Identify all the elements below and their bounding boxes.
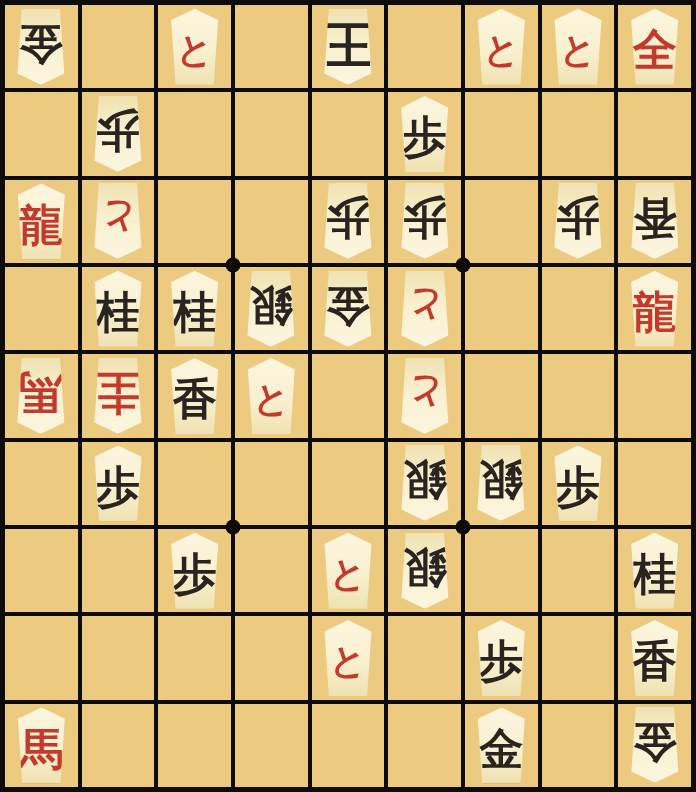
shogi-piece-sente-pawn[interactable]: 歩 bbox=[394, 96, 456, 172]
board-square-r7c7[interactable] bbox=[465, 529, 538, 612]
board-square-r1c8[interactable]: と bbox=[542, 5, 615, 88]
board-square-r6c6[interactable]: 銀 bbox=[388, 442, 461, 525]
board-square-r3c4[interactable] bbox=[235, 180, 308, 263]
shogi-piece-sente-pawn[interactable]: 歩 bbox=[547, 445, 609, 521]
shogi-piece-sente-lance[interactable]: 香 bbox=[624, 620, 686, 696]
piece-kanji: 歩 bbox=[403, 115, 447, 159]
piece-kanji: 銀 bbox=[403, 545, 447, 589]
piece-kanji: と bbox=[176, 32, 213, 68]
board-square-r5c2[interactable]: 圭 bbox=[82, 354, 155, 437]
piece-kanji: 桂 bbox=[633, 552, 677, 596]
board-square-r8c5[interactable]: と bbox=[312, 616, 385, 699]
shogi-piece-sente-lance[interactable]: 香 bbox=[164, 358, 226, 434]
board-square-r7c4[interactable] bbox=[235, 529, 308, 612]
shogi-piece-sente-tokin[interactable]: と bbox=[547, 9, 609, 85]
board-square-r9c6[interactable] bbox=[388, 704, 461, 787]
shogi-piece-sente-horse[interactable]: 馬 bbox=[10, 707, 72, 783]
shogi-piece-sente-pawn[interactable]: 歩 bbox=[87, 445, 149, 521]
board-square-r8c8[interactable] bbox=[542, 616, 615, 699]
board-square-r3c1[interactable]: 龍 bbox=[5, 180, 78, 263]
hoshi-dot bbox=[225, 258, 240, 273]
board-square-r4c8[interactable] bbox=[542, 267, 615, 350]
board-square-r2c4[interactable] bbox=[235, 92, 308, 175]
board-square-r5c3[interactable]: 香 bbox=[158, 354, 231, 437]
board-square-r8c3[interactable] bbox=[158, 616, 231, 699]
board-square-r7c9[interactable]: 桂 bbox=[618, 529, 691, 612]
board-square-r2c2[interactable]: 歩 bbox=[82, 92, 155, 175]
piece-kanji: 桂 bbox=[173, 290, 217, 334]
piece-kanji: 歩 bbox=[96, 109, 140, 153]
shogi-piece-sente-pawn[interactable]: 歩 bbox=[164, 533, 226, 609]
shogi-piece-sente-tokin[interactable]: と bbox=[317, 533, 379, 609]
board-square-r1c5[interactable]: 王 bbox=[312, 5, 385, 88]
shogi-piece-gote-tokin[interactable]: と bbox=[394, 358, 456, 434]
board-square-r5c4[interactable]: と bbox=[235, 354, 308, 437]
board-square-r6c4[interactable] bbox=[235, 442, 308, 525]
piece-kanji: 銀 bbox=[479, 458, 523, 502]
shogi-piece-gote-gold[interactable]: 金 bbox=[317, 271, 379, 347]
board-square-r8c4[interactable] bbox=[235, 616, 308, 699]
board-square-r2c8[interactable] bbox=[542, 92, 615, 175]
piece-kanji: 香 bbox=[633, 639, 677, 683]
shogi-piece-gote-silver[interactable]: 銀 bbox=[470, 445, 532, 521]
board-square-r6c3[interactable] bbox=[158, 442, 231, 525]
piece-kanji: 歩 bbox=[96, 465, 140, 509]
board-square-r3c5[interactable]: 歩 bbox=[312, 180, 385, 263]
shogi-piece-sente-gold[interactable]: 金 bbox=[470, 707, 532, 783]
board-square-r9c3[interactable] bbox=[158, 704, 231, 787]
shogi-piece-sente-knight[interactable]: 桂 bbox=[624, 533, 686, 609]
board-square-r6c2[interactable]: 歩 bbox=[82, 442, 155, 525]
board-square-r7c5[interactable]: と bbox=[312, 529, 385, 612]
board-square-r6c9[interactable] bbox=[618, 442, 691, 525]
board-square-r9c8[interactable] bbox=[542, 704, 615, 787]
board-square-r3c7[interactable] bbox=[465, 180, 538, 263]
piece-kanji: と bbox=[483, 32, 520, 68]
piece-kanji: 金 bbox=[326, 283, 370, 327]
board-square-r8c9[interactable]: 香 bbox=[618, 616, 691, 699]
shogi-app: 金と王とと全歩歩龍と歩歩歩香桂桂銀金と龍馬圭香とと歩銀銀歩歩と銀桂と歩香馬金金 bbox=[0, 0, 696, 792]
board-square-r4c4[interactable]: 銀 bbox=[235, 267, 308, 350]
board-square-r8c2[interactable] bbox=[82, 616, 155, 699]
board-square-r8c7[interactable]: 歩 bbox=[465, 616, 538, 699]
board-square-r2c5[interactable] bbox=[312, 92, 385, 175]
piece-kanji: 銀 bbox=[249, 283, 293, 327]
shogi-piece-sente-dragon[interactable]: 龍 bbox=[624, 271, 686, 347]
board-square-r2c9[interactable] bbox=[618, 92, 691, 175]
board-square-r5c5[interactable] bbox=[312, 354, 385, 437]
board-square-r1c3[interactable]: と bbox=[158, 5, 231, 88]
piece-kanji: 金 bbox=[479, 727, 523, 771]
board-square-r7c1[interactable] bbox=[5, 529, 78, 612]
piece-kanji: 金 bbox=[19, 21, 63, 65]
piece-kanji: 桂 bbox=[96, 290, 140, 334]
board-square-r1c2[interactable] bbox=[82, 5, 155, 88]
piece-kanji: 歩 bbox=[556, 465, 600, 509]
shogi-piece-gote-king[interactable]: 王 bbox=[317, 9, 379, 85]
board-square-r4c9[interactable]: 龍 bbox=[618, 267, 691, 350]
piece-kanji: 香 bbox=[173, 377, 217, 421]
board-square-r4c1[interactable] bbox=[5, 267, 78, 350]
board-square-r5c9[interactable] bbox=[618, 354, 691, 437]
board-square-r4c5[interactable]: 金 bbox=[312, 267, 385, 350]
board-square-r9c1[interactable]: 馬 bbox=[5, 704, 78, 787]
board-square-r9c2[interactable] bbox=[82, 704, 155, 787]
board-square-r1c9[interactable]: 全 bbox=[618, 5, 691, 88]
board-square-r1c7[interactable]: と bbox=[465, 5, 538, 88]
shogi-piece-sente-dragon[interactable]: 龍 bbox=[10, 183, 72, 259]
piece-kanji: と bbox=[406, 287, 443, 323]
shogi-board: 金と王とと全歩歩龍と歩歩歩香桂桂銀金と龍馬圭香とと歩銀銀歩歩と銀桂と歩香馬金金 bbox=[0, 0, 696, 792]
board-square-r3c8[interactable]: 歩 bbox=[542, 180, 615, 263]
piece-kanji: 馬 bbox=[19, 727, 63, 771]
board-square-r1c1[interactable]: 金 bbox=[5, 5, 78, 88]
shogi-piece-gote-silver[interactable]: 銀 bbox=[240, 271, 302, 347]
board-square-r5c8[interactable] bbox=[542, 354, 615, 437]
board-square-r3c6[interactable]: 歩 bbox=[388, 180, 461, 263]
shogi-piece-gote-tokin[interactable]: と bbox=[394, 271, 456, 347]
board-square-r2c7[interactable] bbox=[465, 92, 538, 175]
board-square-r8c6[interactable] bbox=[388, 616, 461, 699]
board-square-r3c3[interactable] bbox=[158, 180, 231, 263]
board-square-r2c1[interactable] bbox=[5, 92, 78, 175]
board-square-r4c3[interactable]: 桂 bbox=[158, 267, 231, 350]
board-square-r8c1[interactable] bbox=[5, 616, 78, 699]
shogi-piece-gote-horse[interactable]: 馬 bbox=[10, 358, 72, 434]
piece-kanji: 金 bbox=[633, 720, 677, 764]
piece-kanji: と bbox=[100, 200, 137, 236]
board-square-r9c5[interactable] bbox=[312, 704, 385, 787]
piece-kanji: 歩 bbox=[173, 552, 217, 596]
piece-kanji: と bbox=[330, 643, 367, 679]
shogi-piece-sente-tokin[interactable]: と bbox=[317, 620, 379, 696]
piece-kanji: 歩 bbox=[326, 196, 370, 240]
shogi-piece-sente-pawn[interactable]: 歩 bbox=[470, 620, 532, 696]
board-square-r1c4[interactable] bbox=[235, 5, 308, 88]
board-square-r9c7[interactable]: 金 bbox=[465, 704, 538, 787]
board-square-r6c1[interactable] bbox=[5, 442, 78, 525]
piece-kanji: 馬 bbox=[19, 371, 63, 415]
shogi-piece-gote-silver[interactable]: 銀 bbox=[394, 445, 456, 521]
board-square-r7c2[interactable] bbox=[82, 529, 155, 612]
shogi-piece-gote-tokin[interactable]: と bbox=[87, 183, 149, 259]
board-square-r9c9[interactable]: 金 bbox=[618, 704, 691, 787]
piece-kanji: 香 bbox=[633, 196, 677, 240]
board-square-r3c9[interactable]: 香 bbox=[618, 180, 691, 263]
shogi-piece-sente-tokin[interactable]: と bbox=[470, 9, 532, 85]
shogi-piece-sente-knight[interactable]: 桂 bbox=[164, 271, 226, 347]
piece-kanji: と bbox=[406, 375, 443, 411]
board-square-r2c3[interactable] bbox=[158, 92, 231, 175]
piece-kanji: 銀 bbox=[403, 458, 447, 502]
board-square-r5c1[interactable]: 馬 bbox=[5, 354, 78, 437]
board-square-r6c5[interactable] bbox=[312, 442, 385, 525]
piece-kanji: 王 bbox=[323, 18, 373, 68]
piece-kanji: と bbox=[560, 32, 597, 68]
shogi-piece-sente-promoted-silver[interactable]: 全 bbox=[624, 9, 686, 85]
piece-kanji: 歩 bbox=[403, 196, 447, 240]
shogi-piece-gote-pawn[interactable]: 歩 bbox=[547, 183, 609, 259]
hoshi-dot bbox=[455, 258, 470, 273]
board-square-r9c4[interactable] bbox=[235, 704, 308, 787]
shogi-piece-gote-lance[interactable]: 香 bbox=[624, 183, 686, 259]
board-square-r4c6[interactable]: と bbox=[388, 267, 461, 350]
shogi-piece-gote-gold[interactable]: 金 bbox=[624, 707, 686, 783]
shogi-piece-gote-promoted-knight[interactable]: 圭 bbox=[87, 358, 149, 434]
shogi-piece-sente-tokin[interactable]: と bbox=[164, 9, 226, 85]
piece-kanji: 圭 bbox=[96, 371, 140, 415]
piece-kanji: 龍 bbox=[19, 203, 63, 247]
board-square-r3c2[interactable]: と bbox=[82, 180, 155, 263]
shogi-piece-gote-pawn[interactable]: 歩 bbox=[87, 96, 149, 172]
shogi-piece-sente-tokin[interactable]: と bbox=[240, 358, 302, 434]
board-square-r2c6[interactable]: 歩 bbox=[388, 92, 461, 175]
shogi-piece-sente-knight[interactable]: 桂 bbox=[87, 271, 149, 347]
piece-kanji: 歩 bbox=[556, 196, 600, 240]
board-square-r4c2[interactable]: 桂 bbox=[82, 267, 155, 350]
board-square-r7c3[interactable]: 歩 bbox=[158, 529, 231, 612]
hoshi-dot bbox=[455, 520, 470, 535]
shogi-piece-gote-pawn[interactable]: 歩 bbox=[317, 183, 379, 259]
piece-kanji: と bbox=[330, 556, 367, 592]
hoshi-dot bbox=[225, 520, 240, 535]
piece-kanji: 全 bbox=[633, 28, 677, 72]
board-square-r1c6[interactable] bbox=[388, 5, 461, 88]
piece-kanji: 歩 bbox=[479, 639, 523, 683]
piece-kanji: 龍 bbox=[633, 290, 677, 334]
board-square-r6c7[interactable]: 銀 bbox=[465, 442, 538, 525]
board-square-r5c7[interactable] bbox=[465, 354, 538, 437]
shogi-piece-gote-gold[interactable]: 金 bbox=[10, 9, 72, 85]
board-square-r7c8[interactable] bbox=[542, 529, 615, 612]
piece-kanji: と bbox=[253, 381, 290, 417]
board-square-r6c8[interactable]: 歩 bbox=[542, 442, 615, 525]
shogi-piece-gote-silver[interactable]: 銀 bbox=[394, 533, 456, 609]
board-square-r7c6[interactable]: 銀 bbox=[388, 529, 461, 612]
board-square-r5c6[interactable]: と bbox=[388, 354, 461, 437]
board-square-r4c7[interactable] bbox=[465, 267, 538, 350]
shogi-piece-gote-pawn[interactable]: 歩 bbox=[394, 183, 456, 259]
